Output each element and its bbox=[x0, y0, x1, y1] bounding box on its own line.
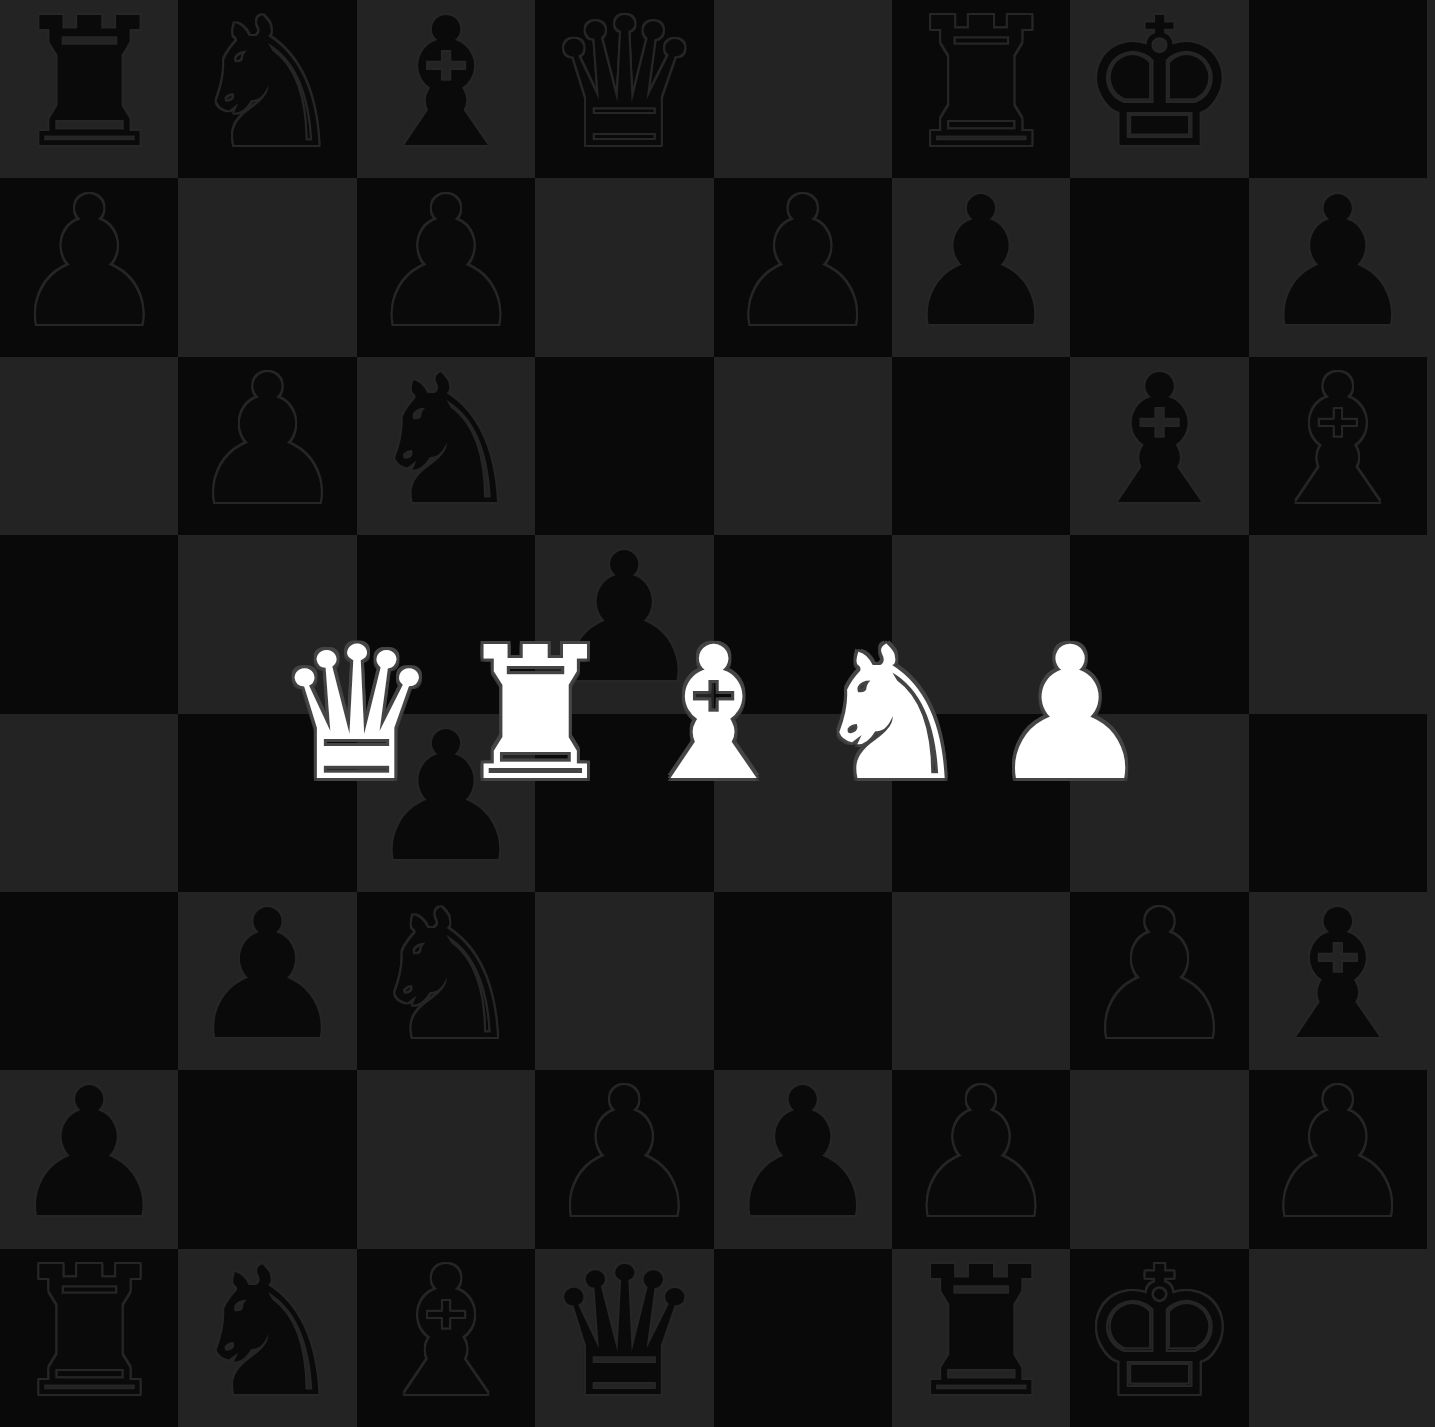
square-d3[interactable] bbox=[535, 892, 713, 1070]
square-g6[interactable]: ♝ bbox=[1070, 357, 1248, 535]
piece-black-rook-f8[interactable]: ♜ bbox=[901, 0, 1061, 173]
piece-black-pawn-b6[interactable]: ♟ bbox=[188, 352, 348, 530]
square-c3[interactable]: ♞ bbox=[357, 892, 535, 1070]
square-b1[interactable]: ♞ bbox=[178, 1249, 356, 1427]
square-g1[interactable]: ♚ bbox=[1070, 1249, 1248, 1427]
piece-black-rook-f1[interactable]: ♜ bbox=[901, 1243, 1061, 1421]
square-d8[interactable]: ♛ bbox=[535, 0, 713, 178]
square-c1[interactable]: ♝ bbox=[357, 1249, 535, 1427]
board-right-margin bbox=[1427, 0, 1435, 1427]
square-d2[interactable]: ♟ bbox=[535, 1070, 713, 1248]
piece-black-knight-c3[interactable]: ♞ bbox=[366, 887, 526, 1065]
piece-black-king-g1[interactable]: ♚ bbox=[1080, 1243, 1240, 1421]
square-c6[interactable]: ♞ bbox=[357, 357, 535, 535]
square-e2[interactable]: ♟ bbox=[714, 1070, 892, 1248]
square-b7[interactable] bbox=[178, 178, 356, 356]
floating-piece-white-pawn[interactable]: ♟ bbox=[988, 622, 1153, 806]
square-b6[interactable]: ♟ bbox=[178, 357, 356, 535]
square-g7[interactable] bbox=[1070, 178, 1248, 356]
square-f7[interactable]: ♟ bbox=[892, 178, 1070, 356]
piece-black-pawn-f7[interactable]: ♟ bbox=[901, 173, 1061, 351]
piece-black-pawn-e7[interactable]: ♟ bbox=[723, 173, 883, 351]
square-h5[interactable] bbox=[1249, 535, 1427, 713]
square-e3[interactable] bbox=[714, 892, 892, 1070]
piece-black-bishop-g6[interactable]: ♝ bbox=[1080, 352, 1240, 530]
square-a1[interactable]: ♜ bbox=[0, 1249, 178, 1427]
piece-black-bishop-h3[interactable]: ♝ bbox=[1258, 887, 1418, 1065]
piece-black-king-g8[interactable]: ♚ bbox=[1080, 0, 1240, 173]
piece-black-pawn-d2[interactable]: ♟ bbox=[545, 1065, 705, 1243]
square-f1[interactable]: ♜ bbox=[892, 1249, 1070, 1427]
square-h6[interactable]: ♝ bbox=[1249, 357, 1427, 535]
square-c8[interactable]: ♝ bbox=[357, 0, 535, 178]
square-h3[interactable]: ♝ bbox=[1249, 892, 1427, 1070]
square-b2[interactable] bbox=[178, 1070, 356, 1248]
square-g2[interactable] bbox=[1070, 1070, 1248, 1248]
square-e7[interactable]: ♟ bbox=[714, 178, 892, 356]
square-a8[interactable]: ♜ bbox=[0, 0, 178, 178]
square-f3[interactable] bbox=[892, 892, 1070, 1070]
piece-black-bishop-c1[interactable]: ♝ bbox=[366, 1243, 526, 1421]
piece-black-pawn-a7[interactable]: ♟ bbox=[9, 173, 169, 351]
square-h1[interactable] bbox=[1249, 1249, 1427, 1427]
square-d6[interactable] bbox=[535, 357, 713, 535]
piece-black-pawn-c7[interactable]: ♟ bbox=[366, 173, 526, 351]
square-f6[interactable] bbox=[892, 357, 1070, 535]
square-e8[interactable] bbox=[714, 0, 892, 178]
piece-black-rook-a8[interactable]: ♜ bbox=[9, 0, 169, 173]
square-e1[interactable] bbox=[714, 1249, 892, 1427]
square-a6[interactable] bbox=[0, 357, 178, 535]
piece-black-pawn-b3[interactable]: ♟ bbox=[188, 887, 348, 1065]
piece-black-rook-a1[interactable]: ♜ bbox=[9, 1243, 169, 1421]
square-a3[interactable] bbox=[0, 892, 178, 1070]
chess-app-stage: ♜♞♝♛♜♚♟♟♟♟♟♟♞♝♝♟♟♟♞♟♝♟♟♟♟♟♜♞♝♛♜♚ ♛♜♝♞♟ bbox=[0, 0, 1435, 1427]
piece-black-queen-d8[interactable]: ♛ bbox=[545, 0, 705, 173]
square-f8[interactable]: ♜ bbox=[892, 0, 1070, 178]
square-c7[interactable]: ♟ bbox=[357, 178, 535, 356]
piece-black-queen-d1[interactable]: ♛ bbox=[545, 1243, 705, 1421]
floating-piece-white-bishop[interactable]: ♝ bbox=[631, 622, 796, 806]
square-f2[interactable]: ♟ bbox=[892, 1070, 1070, 1248]
floating-piece-white-rook[interactable]: ♜ bbox=[453, 622, 618, 806]
piece-black-pawn-g3[interactable]: ♟ bbox=[1080, 887, 1240, 1065]
square-g8[interactable]: ♚ bbox=[1070, 0, 1248, 178]
square-e6[interactable] bbox=[714, 357, 892, 535]
square-a2[interactable]: ♟ bbox=[0, 1070, 178, 1248]
piece-black-pawn-f2[interactable]: ♟ bbox=[901, 1065, 1061, 1243]
floating-piece-white-queen[interactable]: ♛ bbox=[274, 622, 439, 806]
square-b8[interactable]: ♞ bbox=[178, 0, 356, 178]
piece-black-bishop-h6[interactable]: ♝ bbox=[1258, 352, 1418, 530]
square-a4[interactable] bbox=[0, 714, 178, 892]
square-d1[interactable]: ♛ bbox=[535, 1249, 713, 1427]
square-h2[interactable]: ♟ bbox=[1249, 1070, 1427, 1248]
square-g3[interactable]: ♟ bbox=[1070, 892, 1248, 1070]
piece-black-pawn-h2[interactable]: ♟ bbox=[1258, 1065, 1418, 1243]
piece-black-pawn-a2[interactable]: ♟ bbox=[9, 1065, 169, 1243]
piece-black-knight-c6[interactable]: ♞ bbox=[366, 352, 526, 530]
square-h7[interactable]: ♟ bbox=[1249, 178, 1427, 356]
piece-black-knight-b1[interactable]: ♞ bbox=[188, 1243, 348, 1421]
piece-black-knight-b8[interactable]: ♞ bbox=[188, 0, 348, 173]
square-d7[interactable] bbox=[535, 178, 713, 356]
piece-black-bishop-c8[interactable]: ♝ bbox=[366, 0, 526, 173]
piece-black-pawn-h7[interactable]: ♟ bbox=[1258, 173, 1418, 351]
floating-piece-white-knight[interactable]: ♞ bbox=[809, 622, 974, 806]
square-c2[interactable] bbox=[357, 1070, 535, 1248]
square-a5[interactable] bbox=[0, 535, 178, 713]
piece-black-pawn-e2[interactable]: ♟ bbox=[723, 1065, 883, 1243]
square-h4[interactable] bbox=[1249, 714, 1427, 892]
square-a7[interactable]: ♟ bbox=[0, 178, 178, 356]
square-h8[interactable] bbox=[1249, 0, 1427, 178]
square-b3[interactable]: ♟ bbox=[178, 892, 356, 1070]
